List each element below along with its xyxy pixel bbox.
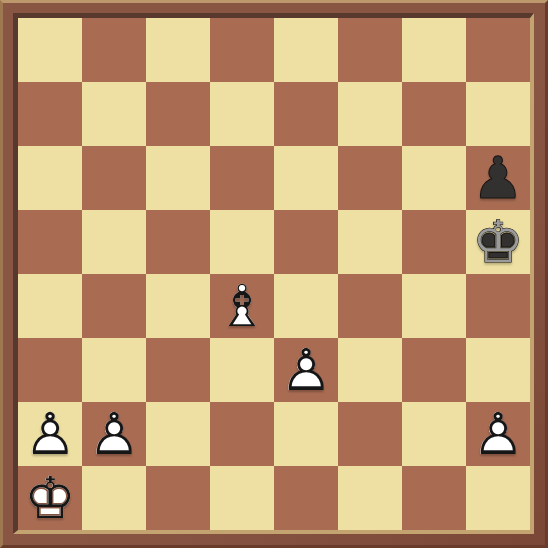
square-e2[interactable] bbox=[274, 402, 338, 466]
square-g7[interactable] bbox=[402, 82, 466, 146]
square-a7[interactable] bbox=[18, 82, 82, 146]
square-d6[interactable] bbox=[210, 146, 274, 210]
square-a1[interactable]: ♚♔ bbox=[18, 466, 82, 530]
square-f3[interactable] bbox=[338, 338, 402, 402]
square-d2[interactable] bbox=[210, 402, 274, 466]
piece-white-bishop[interactable]: ♝♗ bbox=[210, 274, 274, 338]
square-h3[interactable] bbox=[466, 338, 530, 402]
square-f7[interactable] bbox=[338, 82, 402, 146]
square-b4[interactable] bbox=[82, 274, 146, 338]
square-c4[interactable] bbox=[146, 274, 210, 338]
white-bishop-detail-glyph: ♗ bbox=[210, 274, 274, 338]
square-b2[interactable]: ♟♙ bbox=[82, 402, 146, 466]
square-h1[interactable] bbox=[466, 466, 530, 530]
square-b5[interactable] bbox=[82, 210, 146, 274]
square-b3[interactable] bbox=[82, 338, 146, 402]
square-g3[interactable] bbox=[402, 338, 466, 402]
black-king-detail-glyph: ♔ bbox=[466, 210, 530, 274]
piece-black-king[interactable]: ♚♔ bbox=[466, 210, 530, 274]
square-h6[interactable]: ♟ bbox=[466, 146, 530, 210]
white-pawn-detail-glyph: ♙ bbox=[466, 402, 530, 466]
white-pawn-detail-glyph: ♙ bbox=[82, 402, 146, 466]
square-c6[interactable] bbox=[146, 146, 210, 210]
piece-white-pawn[interactable]: ♟♙ bbox=[274, 338, 338, 402]
piece-black-pawn[interactable]: ♟ bbox=[466, 146, 530, 210]
board-bevel: ♟♚♔♝♗♟♙♟♙♟♙♟♙♚♔ bbox=[13, 13, 534, 534]
white-pawn-detail-glyph: ♙ bbox=[274, 338, 338, 402]
square-g2[interactable] bbox=[402, 402, 466, 466]
square-d1[interactable] bbox=[210, 466, 274, 530]
black-pawn-fill-glyph: ♟ bbox=[466, 146, 530, 210]
square-d3[interactable] bbox=[210, 338, 274, 402]
square-g6[interactable] bbox=[402, 146, 466, 210]
square-h2[interactable]: ♟♙ bbox=[466, 402, 530, 466]
square-c7[interactable] bbox=[146, 82, 210, 146]
piece-white-pawn[interactable]: ♟♙ bbox=[466, 402, 530, 466]
square-f2[interactable] bbox=[338, 402, 402, 466]
square-a5[interactable] bbox=[18, 210, 82, 274]
square-e1[interactable] bbox=[274, 466, 338, 530]
square-a4[interactable] bbox=[18, 274, 82, 338]
square-e3[interactable]: ♟♙ bbox=[274, 338, 338, 402]
square-g4[interactable] bbox=[402, 274, 466, 338]
square-d8[interactable] bbox=[210, 18, 274, 82]
square-f8[interactable] bbox=[338, 18, 402, 82]
square-a6[interactable] bbox=[18, 146, 82, 210]
piece-white-pawn[interactable]: ♟♙ bbox=[18, 402, 82, 466]
chess-board-frame: ♟♚♔♝♗♟♙♟♙♟♙♟♙♚♔ bbox=[0, 0, 548, 548]
square-g1[interactable] bbox=[402, 466, 466, 530]
square-a3[interactable] bbox=[18, 338, 82, 402]
piece-white-pawn[interactable]: ♟♙ bbox=[82, 402, 146, 466]
square-d7[interactable] bbox=[210, 82, 274, 146]
square-f5[interactable] bbox=[338, 210, 402, 274]
board: ♟♚♔♝♗♟♙♟♙♟♙♟♙♚♔ bbox=[18, 18, 530, 530]
square-e5[interactable] bbox=[274, 210, 338, 274]
square-c8[interactable] bbox=[146, 18, 210, 82]
square-g5[interactable] bbox=[402, 210, 466, 274]
white-pawn-detail-glyph: ♙ bbox=[18, 402, 82, 466]
square-g8[interactable] bbox=[402, 18, 466, 82]
white-king-detail-glyph: ♔ bbox=[18, 466, 82, 530]
square-a8[interactable] bbox=[18, 18, 82, 82]
square-h4[interactable] bbox=[466, 274, 530, 338]
square-f6[interactable] bbox=[338, 146, 402, 210]
square-c2[interactable] bbox=[146, 402, 210, 466]
square-e7[interactable] bbox=[274, 82, 338, 146]
square-d4[interactable]: ♝♗ bbox=[210, 274, 274, 338]
square-b7[interactable] bbox=[82, 82, 146, 146]
square-e8[interactable] bbox=[274, 18, 338, 82]
square-h8[interactable] bbox=[466, 18, 530, 82]
square-b6[interactable] bbox=[82, 146, 146, 210]
square-b8[interactable] bbox=[82, 18, 146, 82]
square-d5[interactable] bbox=[210, 210, 274, 274]
square-h5[interactable]: ♚♔ bbox=[466, 210, 530, 274]
square-h7[interactable] bbox=[466, 82, 530, 146]
square-c1[interactable] bbox=[146, 466, 210, 530]
square-b1[interactable] bbox=[82, 466, 146, 530]
square-f1[interactable] bbox=[338, 466, 402, 530]
square-e6[interactable] bbox=[274, 146, 338, 210]
square-e4[interactable] bbox=[274, 274, 338, 338]
square-f4[interactable] bbox=[338, 274, 402, 338]
square-c5[interactable] bbox=[146, 210, 210, 274]
piece-white-king[interactable]: ♚♔ bbox=[18, 466, 82, 530]
square-c3[interactable] bbox=[146, 338, 210, 402]
square-a2[interactable]: ♟♙ bbox=[18, 402, 82, 466]
